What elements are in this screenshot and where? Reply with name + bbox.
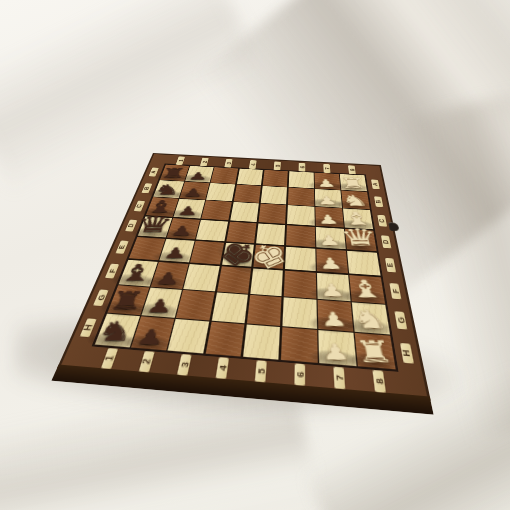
white-pawn-f7[interactable]: ♟ bbox=[319, 281, 347, 298]
white-bishop-f8[interactable]: ♝ bbox=[346, 277, 386, 301]
black-bishop-f1[interactable]: ♝ bbox=[117, 262, 156, 284]
square-h7[interactable]: ♟ bbox=[319, 330, 357, 366]
file-label-right-E: E bbox=[385, 258, 396, 273]
rank-label-top-4: 4 bbox=[249, 160, 257, 169]
rank-label-bottom-8: 8 bbox=[372, 369, 385, 392]
file-label-right-B: B bbox=[374, 196, 383, 207]
square-a4[interactable] bbox=[237, 169, 263, 186]
rank-label-top-6: 6 bbox=[299, 162, 306, 171]
square-f1[interactable]: ♝ bbox=[119, 260, 158, 286]
file-label-left-H: H bbox=[80, 318, 97, 337]
black-pawn-h2[interactable]: ♟ bbox=[135, 327, 166, 348]
black-rook-g1[interactable]: ♜ bbox=[106, 288, 147, 312]
lying-king-shadow bbox=[239, 245, 293, 278]
piece-shadow bbox=[141, 275, 188, 292]
square-a5[interactable] bbox=[263, 170, 288, 187]
piece-shadow bbox=[342, 289, 389, 307]
rank-label-top-7: 7 bbox=[323, 164, 330, 173]
piece-shadow bbox=[131, 302, 181, 321]
white-pawn-g7[interactable]: ♟ bbox=[320, 310, 349, 329]
black-knight-h1[interactable]: ♞ bbox=[94, 318, 137, 345]
white-knight-g8[interactable]: ♞ bbox=[350, 306, 390, 332]
square-a1[interactable]: ♜ bbox=[160, 165, 189, 181]
white-pawn-e7[interactable]: ♟ bbox=[318, 256, 344, 271]
piece-shadow bbox=[109, 273, 157, 290]
rank-label-top-3: 3 bbox=[224, 159, 232, 168]
square-h3[interactable] bbox=[168, 319, 209, 353]
rank-label-bottom-6: 6 bbox=[294, 363, 305, 385]
square-d8[interactable]: ♛ bbox=[345, 229, 376, 252]
square-b2[interactable]: ♟ bbox=[180, 182, 210, 200]
square-e5[interactable]: ♚ bbox=[253, 245, 284, 270]
white-pawn-a7[interactable]: ♟ bbox=[316, 178, 337, 188]
square-h5[interactable] bbox=[243, 325, 281, 360]
white-queen-d8[interactable]: ♛ bbox=[338, 226, 382, 250]
square-f7[interactable]: ♟ bbox=[317, 273, 350, 301]
square-b8[interactable]: ♞ bbox=[342, 191, 370, 210]
square-b3[interactable] bbox=[206, 183, 235, 201]
square-e4[interactable]: ♚ bbox=[222, 243, 255, 267]
white-pawn-b7[interactable]: ♟ bbox=[317, 195, 339, 206]
square-h2[interactable]: ♟ bbox=[131, 317, 174, 351]
rank-label-top-8: 8 bbox=[348, 165, 356, 174]
square-a2[interactable]: ♟ bbox=[185, 166, 213, 182]
square-e2[interactable]: ♟ bbox=[159, 239, 194, 263]
square-e1[interactable] bbox=[129, 237, 165, 261]
white-knight-b8[interactable]: ♞ bbox=[340, 193, 370, 208]
white-rook-h8[interactable]: ♜ bbox=[352, 337, 397, 367]
square-h6[interactable] bbox=[281, 328, 317, 363]
file-label-right-D: D bbox=[381, 235, 391, 248]
square-h8[interactable]: ♜ bbox=[355, 333, 395, 369]
board-grid: ♜♟♟♜♞♟♟♞♝♟♟♝♛♟♟♛♟♚♚♟♝♟♟♝♜♟♟♞♞♟♟♜ bbox=[95, 165, 396, 370]
piece-shadow bbox=[308, 261, 351, 277]
black-pawn-b2[interactable]: ♟ bbox=[183, 187, 205, 198]
piece-shadow bbox=[309, 315, 358, 335]
square-e3[interactable] bbox=[190, 241, 224, 265]
square-g7[interactable]: ♟ bbox=[318, 300, 353, 331]
file-label-right-A: A bbox=[371, 179, 380, 189]
black-pawn-d2[interactable]: ♟ bbox=[170, 225, 194, 238]
square-g4[interactable] bbox=[211, 293, 248, 323]
black-rook-a1[interactable]: ♜ bbox=[159, 166, 187, 179]
square-f6[interactable] bbox=[284, 271, 316, 299]
white-pawn-h7[interactable]: ♟ bbox=[321, 341, 352, 363]
file-label-right-G: G bbox=[394, 311, 407, 329]
file-label-left-F: F bbox=[105, 264, 119, 279]
lying-king-shadow bbox=[210, 240, 260, 278]
board-clasp-icon bbox=[388, 222, 400, 232]
black-pawn-g2[interactable]: ♟ bbox=[145, 297, 174, 315]
square-h4[interactable] bbox=[205, 322, 244, 356]
square-c5[interactable] bbox=[258, 204, 286, 224]
square-g2[interactable]: ♟ bbox=[142, 288, 182, 318]
piece-shadow bbox=[309, 286, 355, 304]
square-f3[interactable] bbox=[184, 264, 220, 291]
black-pawn-c2[interactable]: ♟ bbox=[177, 205, 200, 217]
square-d1[interactable]: ♛ bbox=[138, 216, 172, 237]
file-label-left-E: E bbox=[115, 240, 128, 253]
square-b7[interactable]: ♟ bbox=[315, 189, 342, 208]
rank-label-top-5: 5 bbox=[274, 161, 281, 170]
black-pawn-e2[interactable]: ♟ bbox=[163, 246, 189, 261]
file-label-right-H: H bbox=[400, 343, 414, 364]
square-g5[interactable] bbox=[247, 295, 282, 326]
square-c4[interactable] bbox=[230, 202, 259, 222]
square-e6[interactable] bbox=[285, 247, 315, 272]
square-b4[interactable] bbox=[233, 185, 261, 203]
file-label-left-G: G bbox=[93, 289, 108, 306]
black-pawn-a2[interactable]: ♟ bbox=[188, 171, 208, 181]
square-a8[interactable]: ♜ bbox=[340, 174, 367, 191]
file-label-right-F: F bbox=[389, 283, 401, 299]
piece-shadow bbox=[347, 351, 401, 374]
piece-shadow bbox=[309, 348, 361, 371]
square-g8[interactable]: ♞ bbox=[352, 302, 390, 334]
square-c2[interactable]: ♟ bbox=[174, 199, 205, 219]
white-pawn-d7[interactable]: ♟ bbox=[318, 234, 343, 248]
square-c3[interactable] bbox=[202, 201, 232, 221]
square-f2[interactable]: ♟ bbox=[151, 262, 188, 289]
board-side-edge bbox=[51, 365, 433, 415]
scene: ♜♟♟♜♞♟♟♞♝♟♟♝♛♟♟♛♟♚♚♟♝♟♟♝♜♟♟♞♞♟♟♜ AABBCCD… bbox=[0, 0, 510, 510]
square-a7[interactable]: ♟ bbox=[315, 173, 341, 190]
rank-label-bottom-5: 5 bbox=[255, 360, 267, 382]
white-rook-a8[interactable]: ♜ bbox=[338, 176, 368, 190]
photo-canvas: { "game": "chess", "scene": { "setting":… bbox=[0, 0, 510, 510]
file-label-right-C: C bbox=[377, 215, 387, 227]
square-g3[interactable] bbox=[176, 290, 214, 320]
rank-label-top-2: 2 bbox=[200, 157, 209, 166]
chess-board: ♜♟♟♜♞♟♟♞♝♟♟♝♛♟♟♛♟♚♚♟♝♟♟♝♜♟♟♞♞♟♟♜ AABBCCD… bbox=[61, 154, 428, 398]
square-f5[interactable] bbox=[250, 268, 283, 295]
square-g1[interactable]: ♜ bbox=[108, 285, 149, 315]
square-f4[interactable] bbox=[217, 266, 252, 293]
black-knight-b1[interactable]: ♞ bbox=[153, 182, 182, 196]
square-f8[interactable]: ♝ bbox=[350, 275, 385, 303]
square-b5[interactable] bbox=[261, 186, 288, 204]
square-a3[interactable] bbox=[211, 167, 238, 183]
square-d3[interactable] bbox=[196, 220, 228, 242]
square-g6[interactable] bbox=[282, 297, 316, 328]
rank-label-bottom-1: 1 bbox=[101, 347, 118, 368]
black-queen-d1[interactable]: ♛ bbox=[133, 214, 175, 236]
piece-shadow bbox=[120, 333, 174, 355]
rank-label-bottom-3: 3 bbox=[177, 353, 192, 375]
square-b1[interactable]: ♞ bbox=[153, 180, 183, 198]
piece-shadow bbox=[344, 318, 395, 338]
square-e8[interactable] bbox=[347, 251, 380, 276]
rank-label-bottom-4: 4 bbox=[216, 357, 229, 379]
rank-label-top-1: 1 bbox=[176, 156, 185, 165]
black-pawn-f2[interactable]: ♟ bbox=[154, 270, 181, 286]
square-e7[interactable]: ♟ bbox=[317, 249, 348, 274]
rank-label-bottom-2: 2 bbox=[139, 350, 155, 371]
piece-shadow bbox=[97, 300, 148, 319]
rank-label-bottom-7: 7 bbox=[333, 366, 345, 389]
square-h1[interactable]: ♞ bbox=[95, 314, 140, 347]
